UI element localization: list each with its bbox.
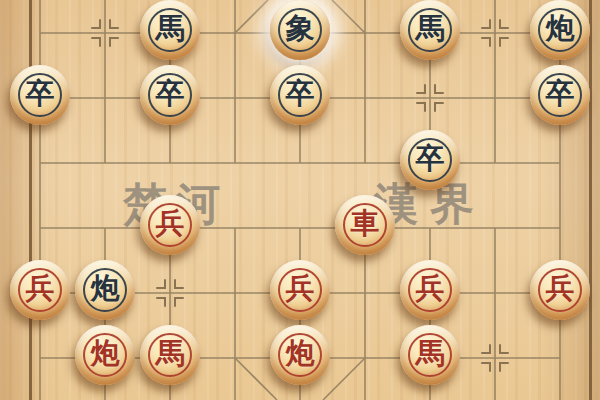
piece-glyph-soldier: 兵 (416, 269, 445, 309)
piece-black-soldier[interactable]: 卒 (400, 130, 460, 190)
piece-red-soldier[interactable]: 兵 (140, 195, 200, 255)
piece-glyph-cannon: 炮 (91, 269, 120, 309)
piece-glyph-soldier: 卒 (546, 74, 575, 114)
piece-glyph-horse: 馬 (156, 334, 185, 374)
piece-black-cannon[interactable]: 炮 (530, 0, 590, 60)
piece-glyph-horse: 馬 (416, 9, 445, 49)
piece-glyph-cannon: 炮 (546, 9, 575, 49)
piece-red-horse[interactable]: 馬 (400, 325, 460, 385)
piece-black-cannon[interactable]: 炮 (75, 260, 135, 320)
piece-glyph-soldier: 卒 (416, 139, 445, 179)
piece-red-soldier[interactable]: 兵 (400, 260, 460, 320)
piece-glyph-soldier: 卒 (26, 74, 55, 114)
piece-red-soldier[interactable]: 兵 (530, 260, 590, 320)
piece-black-horse[interactable]: 馬 (140, 0, 200, 60)
piece-glyph-soldier: 兵 (286, 269, 315, 309)
piece-red-soldier[interactable]: 兵 (10, 260, 70, 320)
piece-glyph-soldier: 兵 (546, 269, 575, 309)
piece-black-elephant[interactable]: 象 (270, 0, 330, 60)
piece-red-horse[interactable]: 馬 (140, 325, 200, 385)
piece-glyph-horse: 馬 (416, 334, 445, 374)
piece-glyph-soldier: 兵 (156, 204, 185, 244)
xiangqi-board[interactable]: 楚河 漢界 馬象馬炮卒卒卒卒卒炮兵車兵兵兵兵炮馬炮馬 (0, 0, 600, 400)
piece-glyph-cannon: 炮 (286, 334, 315, 374)
piece-red-cannon[interactable]: 炮 (270, 325, 330, 385)
piece-red-cannon[interactable]: 炮 (75, 325, 135, 385)
piece-black-horse[interactable]: 馬 (400, 0, 460, 60)
piece-glyph-soldier: 卒 (286, 74, 315, 114)
piece-red-soldier[interactable]: 兵 (270, 260, 330, 320)
piece-glyph-cannon: 炮 (91, 334, 120, 374)
piece-glyph-horse: 馬 (156, 9, 185, 49)
piece-black-soldier[interactable]: 卒 (270, 65, 330, 125)
piece-black-soldier[interactable]: 卒 (140, 65, 200, 125)
piece-glyph-chariot: 車 (351, 204, 380, 244)
piece-glyph-soldier: 兵 (26, 269, 55, 309)
piece-red-chariot[interactable]: 車 (335, 195, 395, 255)
piece-black-soldier[interactable]: 卒 (10, 65, 70, 125)
piece-black-soldier[interactable]: 卒 (530, 65, 590, 125)
piece-glyph-elephant: 象 (286, 9, 315, 49)
piece-glyph-soldier: 卒 (156, 74, 185, 114)
